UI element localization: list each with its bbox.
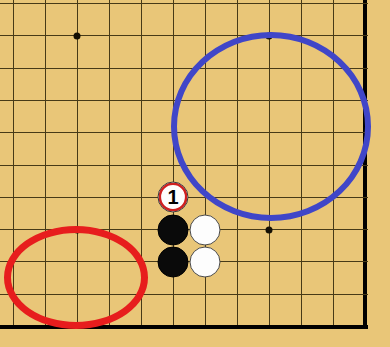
intersection-T10[interactable] [349, 20, 381, 52]
go-board: 1 [0, 0, 390, 347]
move-number-label: 1 [167, 186, 178, 206]
intersection-N11[interactable] [157, 0, 189, 20]
star-point-K10 [74, 32, 81, 39]
intersection-N3[interactable] [157, 246, 189, 278]
intersection-K6[interactable] [61, 149, 93, 181]
intersection-N10[interactable] [157, 20, 189, 52]
intersection-S4[interactable] [317, 213, 349, 245]
intersection-M4[interactable] [125, 213, 157, 245]
intersection-R3[interactable] [285, 246, 317, 278]
intersection-T4[interactable] [349, 213, 381, 245]
intersection-O2[interactable] [189, 278, 221, 310]
intersection-H11[interactable] [0, 0, 29, 20]
intersection-Q2[interactable] [253, 278, 285, 310]
intersection-Q1[interactable] [253, 310, 285, 342]
black-stone-N3[interactable] [158, 246, 189, 277]
intersection-T3[interactable] [349, 246, 381, 278]
intersection-O4[interactable] [189, 213, 221, 245]
intersection-P2[interactable] [221, 278, 253, 310]
intersection-L7[interactable] [93, 117, 125, 149]
intersection-M6[interactable] [125, 149, 157, 181]
white-stone-O3[interactable] [190, 246, 221, 277]
intersection-H8[interactable] [0, 84, 29, 116]
intersection-M8[interactable] [125, 84, 157, 116]
intersection-M9[interactable] [125, 52, 157, 84]
intersection-J7[interactable] [29, 117, 61, 149]
intersection-Q3[interactable] [253, 246, 285, 278]
intersection-H10[interactable] [0, 20, 29, 52]
intersection-O11[interactable] [189, 0, 221, 20]
intersection-T5[interactable] [349, 181, 381, 213]
intersection-J8[interactable] [29, 84, 61, 116]
intersection-R1[interactable] [285, 310, 317, 342]
intersection-L9[interactable] [93, 52, 125, 84]
intersection-M10[interactable] [125, 20, 157, 52]
intersection-L6[interactable] [93, 149, 125, 181]
marked-move-stone-N5[interactable]: 1 [158, 182, 189, 213]
intersection-K10[interactable] [61, 20, 93, 52]
star-point-Q4 [266, 226, 273, 233]
intersection-N1[interactable] [157, 310, 189, 342]
intersection-T2[interactable] [349, 278, 381, 310]
intersection-H5[interactable] [0, 181, 29, 213]
intersection-T11[interactable] [349, 0, 381, 20]
intersection-S1[interactable] [317, 310, 349, 342]
intersection-H6[interactable] [0, 149, 29, 181]
intersection-P1[interactable] [221, 310, 253, 342]
intersection-L5[interactable] [93, 181, 125, 213]
intersection-S2[interactable] [317, 278, 349, 310]
intersection-T1[interactable] [349, 310, 381, 342]
intersection-S3[interactable] [317, 246, 349, 278]
intersection-N4[interactable] [157, 213, 189, 245]
intersection-L8[interactable] [93, 84, 125, 116]
intersection-H1[interactable] [0, 310, 29, 342]
black-stone-N4[interactable] [158, 214, 189, 245]
intersection-J10[interactable] [29, 20, 61, 52]
intersection-K11[interactable] [61, 0, 93, 20]
intersection-N2[interactable] [157, 278, 189, 310]
intersection-J5[interactable] [29, 181, 61, 213]
white-stone-O4[interactable] [190, 214, 221, 245]
intersection-M7[interactable] [125, 117, 157, 149]
intersection-H7[interactable] [0, 117, 29, 149]
intersection-R2[interactable] [285, 278, 317, 310]
blue-circle-annotation [171, 32, 371, 221]
intersection-K7[interactable] [61, 117, 93, 149]
intersection-P3[interactable] [221, 246, 253, 278]
intersection-O3[interactable] [189, 246, 221, 278]
intersection-N5[interactable]: 1 [157, 181, 189, 213]
intersection-S11[interactable] [317, 0, 349, 20]
intersection-K9[interactable] [61, 52, 93, 84]
intersection-J11[interactable] [29, 0, 61, 20]
intersection-M5[interactable] [125, 181, 157, 213]
intersection-O1[interactable] [189, 310, 221, 342]
intersection-H9[interactable] [0, 52, 29, 84]
intersection-L10[interactable] [93, 20, 125, 52]
intersection-P11[interactable] [221, 0, 253, 20]
intersection-J9[interactable] [29, 52, 61, 84]
intersection-M1[interactable] [125, 310, 157, 342]
intersection-K8[interactable] [61, 84, 93, 116]
red-circle-annotation [4, 226, 148, 329]
intersection-J6[interactable] [29, 149, 61, 181]
intersection-M11[interactable] [125, 0, 157, 20]
intersection-Q11[interactable] [253, 0, 285, 20]
intersection-L11[interactable] [93, 0, 125, 20]
intersection-K5[interactable] [61, 181, 93, 213]
intersection-R11[interactable] [285, 0, 317, 20]
